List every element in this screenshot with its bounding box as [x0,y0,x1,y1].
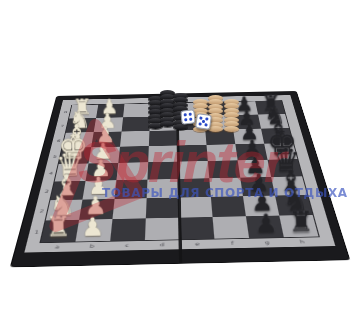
file-label: h [284,237,321,246]
board-square [233,129,264,145]
board-square [207,144,238,161]
board-square [122,117,150,132]
board-square [69,105,98,119]
file-label: d [145,240,180,249]
board-square [94,117,123,132]
board-square [177,116,205,131]
file-label: c [109,241,145,250]
board-square [229,101,258,115]
board-square [148,145,178,162]
board-square [150,103,177,117]
board-square [120,131,149,147]
board-square [96,104,124,118]
board-square [118,146,149,163]
board-square [258,114,289,129]
board-square [204,115,233,130]
file-label: e [180,239,215,248]
board-square [205,129,235,145]
board-square [66,118,96,133]
board-square [177,130,206,146]
board-square [123,104,151,118]
board-square [255,101,285,115]
board-square [177,102,204,116]
board-square [149,116,177,131]
file-label: f [214,239,250,248]
chess-piece-black-rook: ♜ [288,208,313,236]
chess-board: abcdefgh 87654321 ♜♟♟♜♞♟♟♞♝♟♟♝♚♟♟♚♛♟♟♛♝♟… [11,91,349,266]
board-square [149,130,178,146]
chess-piece-white-pawn: ♟ [81,215,104,241]
file-label: b [74,242,110,251]
board-scene: abcdefgh 87654321 ♜♟♟♜♞♟♟♞♝♟♟♝♚♟♟♚♛♟♟♛♝♟… [0,0,356,322]
board-square [91,132,121,148]
board-square [178,145,208,162]
product-photo: abcdefgh 87654321 ♜♟♟♜♞♟♟♞♝♟♟♝♚♟♟♚♛♟♟♛♝♟… [0,0,356,322]
board-square [203,102,231,116]
chess-piece-black-pawn: ♟ [254,211,277,237]
file-label: g [249,238,285,247]
file-label: a [39,242,76,251]
chess-piece-white-rook: ♜ [45,213,70,241]
board-square [231,115,261,130]
